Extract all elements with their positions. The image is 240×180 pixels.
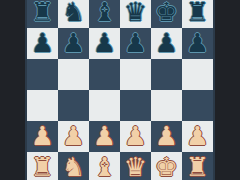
white-rook[interactable]: ♜ xyxy=(182,152,213,180)
square-d2[interactable]: ♟ xyxy=(120,121,151,152)
square-e6[interactable]: ♚ xyxy=(151,0,182,28)
black-pawn[interactable]: ♟ xyxy=(89,28,120,59)
black-pawn[interactable]: ♟ xyxy=(58,28,89,59)
square-d1[interactable]: ♛ xyxy=(120,152,151,180)
white-queen[interactable]: ♛ xyxy=(120,152,151,180)
square-e5[interactable]: ♟ xyxy=(151,28,182,59)
white-pawn[interactable]: ♟ xyxy=(182,121,213,152)
square-d5[interactable]: ♟ xyxy=(120,28,151,59)
white-rook[interactable]: ♜ xyxy=(27,152,58,180)
square-f6[interactable]: ♜ xyxy=(182,0,213,28)
square-c2[interactable]: ♟ xyxy=(89,121,120,152)
square-f3[interactable] xyxy=(182,90,213,121)
square-f2[interactable]: ♟ xyxy=(182,121,213,152)
black-pawn[interactable]: ♟ xyxy=(27,28,58,59)
screenshot-viewport: ♜♞♝♛♚♜♟♟♟♟♟♟♟♟♟♟♟♟♜♞♝♛♚♜ xyxy=(0,0,240,180)
white-knight[interactable]: ♞ xyxy=(58,152,89,180)
square-b6[interactable]: ♞ xyxy=(58,0,89,28)
black-king[interactable]: ♚ xyxy=(151,0,182,28)
square-a4[interactable] xyxy=(27,59,58,90)
square-c4[interactable] xyxy=(89,59,120,90)
square-d6[interactable]: ♛ xyxy=(120,0,151,28)
square-a5[interactable]: ♟ xyxy=(27,28,58,59)
square-b2[interactable]: ♟ xyxy=(58,121,89,152)
square-d3[interactable] xyxy=(120,90,151,121)
square-a2[interactable]: ♟ xyxy=(27,121,58,152)
chess-board: ♜♞♝♛♚♜♟♟♟♟♟♟♟♟♟♟♟♟♜♞♝♛♚♜ xyxy=(27,0,213,180)
square-b5[interactable]: ♟ xyxy=(58,28,89,59)
square-d4[interactable] xyxy=(120,59,151,90)
square-e4[interactable] xyxy=(151,59,182,90)
square-f4[interactable] xyxy=(182,59,213,90)
black-rook[interactable]: ♜ xyxy=(27,0,58,28)
white-pawn[interactable]: ♟ xyxy=(120,121,151,152)
white-pawn[interactable]: ♟ xyxy=(27,121,58,152)
white-pawn[interactable]: ♟ xyxy=(58,121,89,152)
white-pawn[interactable]: ♟ xyxy=(89,121,120,152)
square-c6[interactable]: ♝ xyxy=(89,0,120,28)
white-king[interactable]: ♚ xyxy=(151,152,182,180)
black-pawn[interactable]: ♟ xyxy=(182,28,213,59)
square-b3[interactable] xyxy=(58,90,89,121)
square-a3[interactable] xyxy=(27,90,58,121)
square-a1[interactable]: ♜ xyxy=(27,152,58,180)
black-pawn[interactable]: ♟ xyxy=(151,28,182,59)
square-c1[interactable]: ♝ xyxy=(89,152,120,180)
black-rook[interactable]: ♜ xyxy=(182,0,213,28)
square-a6[interactable]: ♜ xyxy=(27,0,58,28)
black-knight[interactable]: ♞ xyxy=(58,0,89,28)
square-c3[interactable] xyxy=(89,90,120,121)
square-e2[interactable]: ♟ xyxy=(151,121,182,152)
black-pawn[interactable]: ♟ xyxy=(120,28,151,59)
square-b4[interactable] xyxy=(58,59,89,90)
white-bishop[interactable]: ♝ xyxy=(89,152,120,180)
black-bishop[interactable]: ♝ xyxy=(89,0,120,28)
square-e1[interactable]: ♚ xyxy=(151,152,182,180)
white-pawn[interactable]: ♟ xyxy=(151,121,182,152)
square-b1[interactable]: ♞ xyxy=(58,152,89,180)
square-c5[interactable]: ♟ xyxy=(89,28,120,59)
square-f1[interactable]: ♜ xyxy=(182,152,213,180)
square-f5[interactable]: ♟ xyxy=(182,28,213,59)
black-queen[interactable]: ♛ xyxy=(120,0,151,28)
square-e3[interactable] xyxy=(151,90,182,121)
